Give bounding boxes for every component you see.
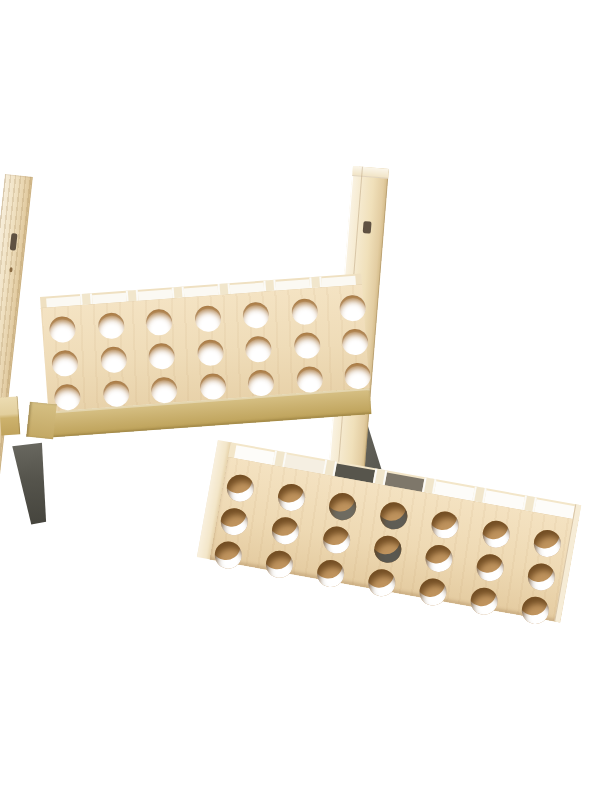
cell-divider <box>265 280 274 292</box>
product-photo <box>0 0 600 800</box>
standing-board <box>40 273 371 437</box>
left-leg-slot <box>10 233 18 251</box>
gold-crossbar-over-leg <box>26 402 57 440</box>
gold-crossbar-end-stub <box>0 396 20 435</box>
cell-divider <box>324 460 335 476</box>
right-leg-end-grain <box>352 166 389 179</box>
cell-divider <box>128 290 137 302</box>
cell-divider <box>274 451 285 467</box>
rear-leg-shadow-left <box>10 440 48 528</box>
left-leg-knot <box>9 267 13 272</box>
cell-divider <box>474 487 485 503</box>
front-board <box>197 440 581 622</box>
cell-divider <box>374 469 385 485</box>
cell-divider <box>82 293 91 305</box>
cell-divider <box>174 287 183 299</box>
cell-divider <box>220 283 229 295</box>
cell-divider <box>424 478 435 494</box>
cell-divider <box>311 276 320 288</box>
cell-divider <box>525 496 536 512</box>
right-leg-slot <box>363 221 372 234</box>
